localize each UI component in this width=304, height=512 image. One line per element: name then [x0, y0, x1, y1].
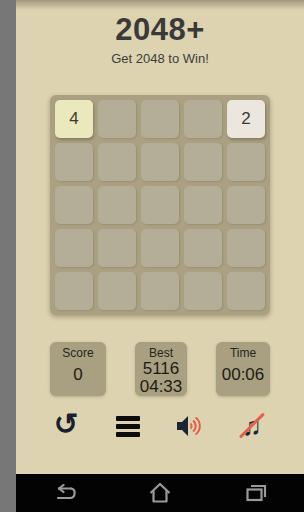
speaker-sound-on-icon	[174, 411, 206, 441]
empty-cell	[98, 143, 136, 181]
score-label: Score	[50, 346, 106, 360]
empty-cell	[141, 229, 179, 267]
empty-cell	[55, 272, 93, 310]
empty-cell	[227, 229, 265, 267]
empty-cell	[141, 186, 179, 224]
stats-row: Score 0 Best 5116 04:33 Time 00:06	[50, 342, 270, 396]
empty-cell	[141, 143, 179, 181]
status-bar-shadow	[16, 0, 304, 10]
time-box: Time 00:06	[216, 342, 270, 396]
nav-recents-button[interactable]	[208, 474, 304, 512]
empty-cell	[98, 100, 136, 138]
restart-icon: ↺	[54, 410, 78, 439]
empty-cell	[184, 143, 222, 181]
recents-icon	[244, 483, 268, 503]
empty-cell	[227, 143, 265, 181]
best-box: Best 5116 04:33	[135, 342, 187, 396]
empty-cell	[184, 272, 222, 310]
best-label: Best	[135, 346, 187, 360]
empty-cell	[227, 186, 265, 224]
empty-cell	[98, 186, 136, 224]
score-value: 0	[50, 366, 106, 384]
empty-cell	[55, 186, 93, 224]
score-box: Score 0	[50, 342, 106, 396]
best-time-value: 04:33	[135, 378, 187, 396]
app-screen: 2048+ Get 2048 to Win! 42 Score 0 Best 5…	[16, 0, 304, 512]
sound-toggle-button[interactable]	[170, 408, 210, 444]
tile-4: 4	[55, 100, 93, 138]
empty-cell	[184, 186, 222, 224]
empty-cell	[55, 143, 93, 181]
best-score-value: 5116	[135, 360, 187, 378]
nav-home-button[interactable]	[112, 474, 208, 512]
empty-cell	[141, 100, 179, 138]
time-label: Time	[216, 346, 270, 360]
empty-cell	[184, 229, 222, 267]
toolbar: ↺ ♫	[46, 408, 272, 444]
tile-2: 2	[227, 100, 265, 138]
empty-cell	[227, 272, 265, 310]
empty-cell	[184, 100, 222, 138]
menu-icon	[116, 416, 140, 437]
empty-cell	[141, 272, 179, 310]
android-nav-bar	[16, 474, 304, 512]
app-title: 2048+	[16, 12, 304, 48]
game-board[interactable]: 42	[50, 95, 270, 315]
back-icon	[51, 484, 78, 502]
time-value: 00:06	[216, 366, 270, 384]
empty-cell	[55, 229, 93, 267]
app-subtitle: Get 2048 to Win!	[16, 51, 304, 66]
nav-back-button[interactable]	[16, 474, 112, 512]
empty-cell	[98, 272, 136, 310]
home-icon	[148, 482, 172, 504]
music-toggle-button[interactable]: ♫	[232, 408, 272, 444]
menu-button[interactable]	[108, 408, 148, 444]
empty-cell	[98, 229, 136, 267]
restart-button[interactable]: ↺	[46, 408, 86, 444]
